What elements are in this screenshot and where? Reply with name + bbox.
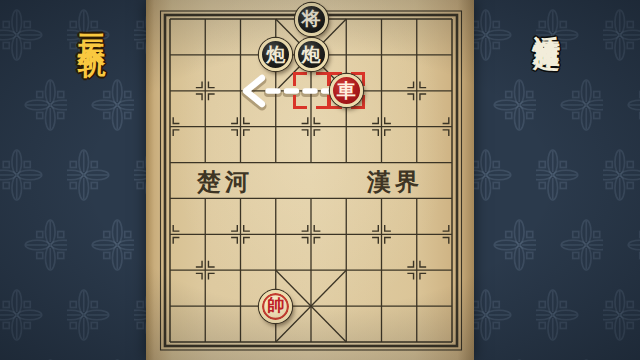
move-highlight-bracket	[293, 72, 330, 109]
piece-black-cannon[interactable]: 炮	[295, 38, 328, 71]
bracket-corner	[293, 95, 307, 109]
piece-glyph: 帥	[267, 297, 284, 314]
xiangqi-board: 楚河 漢界 将炮炮車帥	[146, 0, 474, 360]
piece-red-general[interactable]: 帥	[259, 290, 292, 323]
piece-glyph: 将	[302, 9, 321, 28]
piece-glyph: 車	[337, 81, 356, 100]
piece-black-general[interactable]: 将	[295, 3, 328, 36]
piece-black-cannon[interactable]: 炮	[259, 38, 292, 71]
bracket-corner	[293, 72, 307, 86]
piece-glyph: 炮	[266, 45, 285, 64]
pieces-grid: 将炮炮車帥	[152, 1, 469, 360]
piece-glyph: 炮	[302, 45, 321, 64]
puzzle-title: 三辰不轨	[72, 12, 110, 32]
piece-red-chariot[interactable]: 車	[330, 74, 363, 107]
book-title-calligraphy: 适情雅趣	[529, 13, 565, 26]
